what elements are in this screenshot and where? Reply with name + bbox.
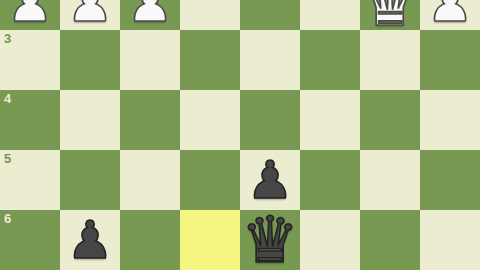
square-f6[interactable] bbox=[120, 210, 180, 270]
square-d6[interactable]: ♛ bbox=[240, 210, 300, 270]
black-pawn-g6[interactable]: ♟ bbox=[60, 210, 120, 270]
square-b4[interactable] bbox=[360, 90, 420, 150]
square-a4[interactable] bbox=[420, 90, 480, 150]
rank-label-3: 3 bbox=[4, 32, 11, 45]
square-b2[interactable]: ♛ bbox=[360, 0, 420, 30]
square-f4[interactable] bbox=[120, 90, 180, 150]
square-d3[interactable] bbox=[240, 30, 300, 90]
square-f3[interactable] bbox=[120, 30, 180, 90]
square-g2[interactable]: ♟ bbox=[60, 0, 120, 30]
black-queen-d6[interactable]: ♛ bbox=[240, 210, 300, 270]
rank-label-5: 5 bbox=[4, 152, 11, 165]
square-c6[interactable] bbox=[300, 210, 360, 270]
white-pawn-g2[interactable]: ♟ bbox=[60, 0, 120, 33]
square-e3[interactable] bbox=[180, 30, 240, 90]
square-d4[interactable] bbox=[240, 90, 300, 150]
square-g3[interactable] bbox=[60, 30, 120, 90]
square-b5[interactable] bbox=[360, 150, 420, 210]
square-a2[interactable]: ♟ bbox=[420, 0, 480, 30]
square-d5[interactable]: ♟ bbox=[240, 150, 300, 210]
rank-label-4: 4 bbox=[4, 92, 11, 105]
square-c4[interactable] bbox=[300, 90, 360, 150]
square-a3[interactable] bbox=[420, 30, 480, 90]
square-g5[interactable] bbox=[60, 150, 120, 210]
square-g6[interactable]: ♟ bbox=[60, 210, 120, 270]
square-a6[interactable] bbox=[420, 210, 480, 270]
square-h3[interactable]: 3 bbox=[0, 30, 60, 90]
chess-board: ♟♟♟♛♟345♟6♟♛ bbox=[0, 0, 480, 270]
square-b6[interactable] bbox=[360, 210, 420, 270]
square-g4[interactable] bbox=[60, 90, 120, 150]
rank-label-6: 6 bbox=[4, 212, 11, 225]
white-queen-b2[interactable]: ♛ bbox=[360, 0, 420, 33]
square-e2[interactable] bbox=[180, 0, 240, 30]
square-c5[interactable] bbox=[300, 150, 360, 210]
square-e4[interactable] bbox=[180, 90, 240, 150]
square-c2[interactable] bbox=[300, 0, 360, 30]
square-h2[interactable]: ♟ bbox=[0, 0, 60, 30]
square-d2[interactable] bbox=[240, 0, 300, 30]
white-pawn-f2[interactable]: ♟ bbox=[120, 0, 180, 33]
square-b3[interactable] bbox=[360, 30, 420, 90]
black-pawn-d5[interactable]: ♟ bbox=[240, 150, 300, 210]
square-c3[interactable] bbox=[300, 30, 360, 90]
square-h4[interactable]: 4 bbox=[0, 90, 60, 150]
white-pawn-a2[interactable]: ♟ bbox=[420, 0, 480, 33]
square-f2[interactable]: ♟ bbox=[120, 0, 180, 30]
square-h5[interactable]: 5 bbox=[0, 150, 60, 210]
square-a5[interactable] bbox=[420, 150, 480, 210]
square-f5[interactable] bbox=[120, 150, 180, 210]
square-h6[interactable]: 6 bbox=[0, 210, 60, 270]
square-e6[interactable] bbox=[180, 210, 240, 270]
board-grid: ♟♟♟♛♟345♟6♟♛ bbox=[0, 0, 480, 270]
white-pawn-h2[interactable]: ♟ bbox=[0, 0, 60, 33]
square-e5[interactable] bbox=[180, 150, 240, 210]
